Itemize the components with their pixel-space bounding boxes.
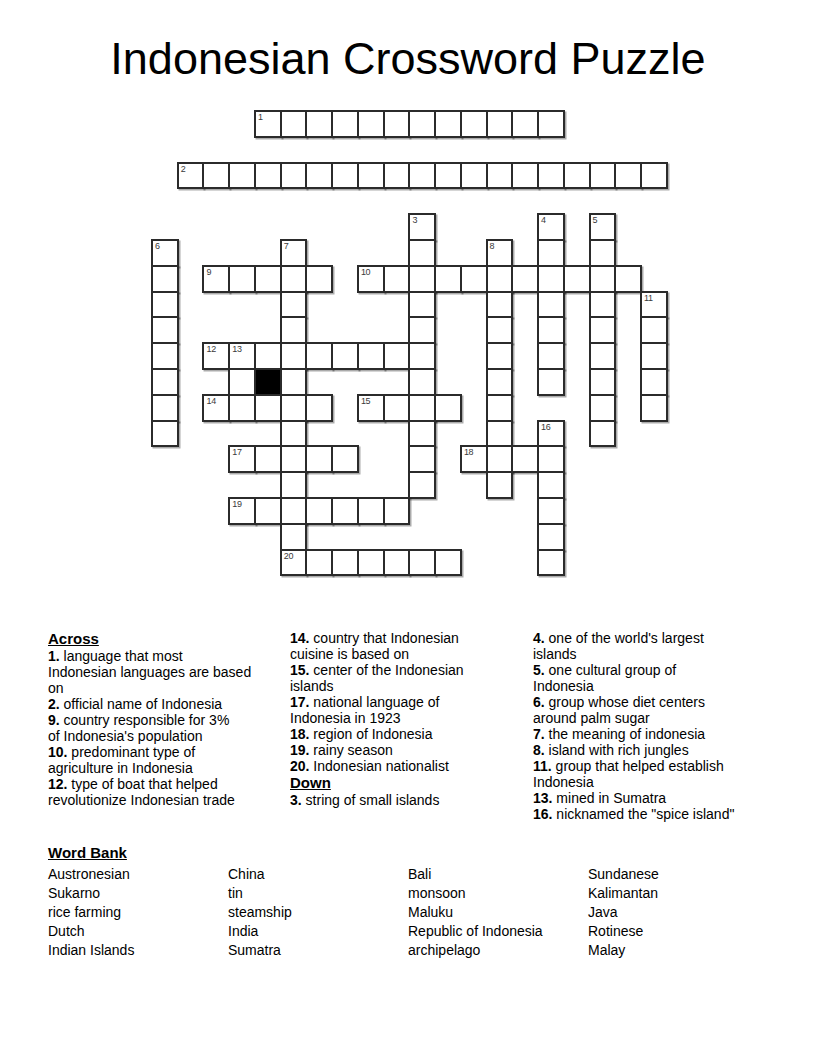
grid-cell[interactable]	[460, 110, 488, 138]
word-bank-column-4: SundaneseKalimantanJavaRotineseMalay	[588, 865, 766, 960]
grid-cell[interactable]: 10	[357, 265, 385, 293]
grid-cell[interactable]	[228, 394, 256, 422]
grid-cell[interactable]	[511, 110, 539, 138]
across-clue-1: 1. language that most Indonesian languag…	[48, 648, 286, 696]
word-bank-item: Kalimantan	[588, 884, 766, 903]
grid-cell[interactable]	[434, 265, 462, 293]
grid-cell[interactable]	[408, 471, 436, 499]
word-bank-section: Word Bank AustronesianSukarnorice farmin…	[48, 844, 788, 865]
down-clue-3: 3. string of small islands	[290, 792, 528, 808]
grid-cell[interactable]	[511, 162, 539, 190]
cell-number: 1	[258, 112, 263, 122]
cell-number: 15	[361, 396, 370, 406]
grid-cell[interactable]: 5	[589, 213, 617, 241]
word-bank-item: Rotinese	[588, 922, 766, 941]
grid-cell[interactable]	[537, 316, 565, 344]
cell-number: 5	[593, 215, 598, 225]
clue-number: 11.	[533, 758, 552, 774]
cell-number: 18	[464, 447, 473, 457]
grid-cell[interactable]	[589, 265, 617, 293]
across-clue-18: 18. region of Indonesia	[290, 726, 528, 742]
grid-cell[interactable]	[640, 316, 668, 344]
grid-cell[interactable]	[486, 394, 514, 422]
grid-cell[interactable]	[640, 342, 668, 370]
grid-cell[interactable]	[408, 239, 436, 267]
grid-cell[interactable]	[589, 316, 617, 344]
across-clue-20: 20. Indonesian nationalist	[290, 758, 528, 774]
grid-cell[interactable]	[280, 497, 308, 525]
grid-cell[interactable]	[305, 497, 333, 525]
clue-text: one of the world's largest islands	[533, 630, 704, 662]
clue-text: rainy season	[309, 742, 392, 758]
grid-cell[interactable]	[486, 291, 514, 319]
clue-number: 18.	[290, 726, 309, 742]
word-bank-item: Maluku	[408, 903, 586, 922]
cell-number: 12	[206, 344, 215, 354]
word-bank-item: monsoon	[408, 884, 586, 903]
word-bank-item: rice farming	[48, 903, 226, 922]
grid-cell[interactable]	[383, 394, 411, 422]
down-clue-13: 13. mined in Sumatra	[533, 790, 788, 806]
grid-cell[interactable]	[280, 265, 308, 293]
word-bank-column-3: BalimonsoonMalukuRepublic of Indonesiaar…	[408, 865, 586, 960]
word-bank-item: Dutch	[48, 922, 226, 941]
grid-cell[interactable]	[280, 316, 308, 344]
grid-cell[interactable]	[589, 368, 617, 396]
grid-cell[interactable]	[537, 342, 565, 370]
grid-cell[interactable]	[254, 162, 282, 190]
grid-cell[interactable]	[486, 316, 514, 344]
grid-cell[interactable]	[486, 110, 514, 138]
grid-cell[interactable]	[280, 523, 308, 551]
grid-cell[interactable]	[151, 342, 179, 370]
cell-number: 14	[206, 396, 215, 406]
word-bank-heading: Word Bank	[48, 844, 788, 862]
clue-text: type of boat that helped revolutionize I…	[48, 776, 235, 808]
grid-cell[interactable]	[228, 265, 256, 293]
grid-cell[interactable]	[640, 394, 668, 422]
grid-cell[interactable]	[640, 368, 668, 396]
grid-cell[interactable]	[254, 265, 282, 293]
grid-cell[interactable]	[254, 342, 282, 370]
grid-cell[interactable]: 11	[640, 291, 668, 319]
clue-number: 4.	[533, 630, 545, 646]
across-clue-19: 19. rainy season	[290, 742, 528, 758]
grid-cell[interactable]: 3	[408, 213, 436, 241]
cell-number: 6	[155, 241, 160, 251]
clue-text: one cultural group of Indonesia	[533, 662, 676, 694]
grid-cell[interactable]	[254, 497, 282, 525]
clue-number: 5.	[533, 662, 545, 678]
grid-cell[interactable]	[151, 316, 179, 344]
clue-number: 3.	[290, 792, 302, 808]
clue-text: official name of Indonesia	[60, 696, 222, 712]
grid-cell[interactable]	[537, 110, 565, 138]
cell-number: 9	[206, 267, 211, 277]
grid-cell[interactable]: 14	[202, 394, 230, 422]
cell-number: 13	[232, 344, 241, 354]
clue-number: 16.	[533, 806, 552, 822]
cell-number: 7	[284, 241, 289, 251]
grid-cell[interactable]	[305, 342, 333, 370]
grid-cell[interactable]: 12	[202, 342, 230, 370]
grid-cell[interactable]	[640, 162, 668, 190]
cell-number: 20	[284, 551, 293, 561]
down-clue-8: 8. island with rich jungles	[533, 742, 788, 758]
clues-section: Across1. language that most Indonesian l…	[48, 630, 788, 840]
word-bank-item: Indian Islands	[48, 941, 226, 960]
grid-cell[interactable]	[280, 394, 308, 422]
grid-cell[interactable]	[408, 110, 436, 138]
grid-cell[interactable]: 9	[202, 265, 230, 293]
grid-cell[interactable]	[383, 110, 411, 138]
grid-cell[interactable]	[408, 445, 436, 473]
clues-column-3: 4. one of the world's largest islands5. …	[533, 630, 788, 822]
grid-cell[interactable]	[331, 110, 359, 138]
word-bank-item: Sukarno	[48, 884, 226, 903]
clue-number: 12.	[48, 776, 67, 792]
clue-number: 6.	[533, 694, 545, 710]
grid-cell[interactable]	[486, 471, 514, 499]
clue-number: 8.	[533, 742, 545, 758]
down-clue-16: 16. nicknamed the "spice island"	[533, 806, 788, 822]
down-clue-6: 6. group whose diet centers around palm …	[533, 694, 788, 726]
grid-cell[interactable]	[331, 497, 359, 525]
grid-cell[interactable]	[151, 291, 179, 319]
grid-cell[interactable]	[331, 162, 359, 190]
clue-text: predominant type of agriculture in Indon…	[48, 744, 195, 776]
across-heading: Across	[48, 630, 286, 648]
grid-cell[interactable]	[434, 110, 462, 138]
grid-cell[interactable]	[511, 445, 539, 473]
grid-cell[interactable]	[357, 342, 385, 370]
grid-cell[interactable]	[383, 265, 411, 293]
clue-number: 2.	[48, 696, 60, 712]
grid-cell[interactable]	[280, 368, 308, 396]
grid-cell[interactable]	[460, 162, 488, 190]
clue-number: 10.	[48, 744, 67, 760]
cell-number: 8	[490, 241, 495, 251]
clue-number: 7.	[533, 726, 545, 742]
across-clue-15: 15. center of the Indonesian islands	[290, 662, 528, 694]
word-bank-column-1: AustronesianSukarnorice farmingDutchIndi…	[48, 865, 226, 960]
grid-cell[interactable]: 8	[486, 239, 514, 267]
grid-cell[interactable]	[589, 342, 617, 370]
grid-cell[interactable]	[254, 394, 282, 422]
grid-cell[interactable]	[280, 445, 308, 473]
word-bank-item: Bali	[408, 865, 586, 884]
down-clue-7: 7. the meaning of indonesia	[533, 726, 788, 742]
across-clue-14: 14. country that Indonesian cuisine is b…	[290, 630, 528, 662]
clue-text: center of the Indonesian islands	[290, 662, 464, 694]
grid-cell[interactable]	[408, 265, 436, 293]
grid-cell[interactable]	[486, 265, 514, 293]
grid-cell[interactable]	[537, 265, 565, 293]
grid-cell[interactable]: 19	[228, 497, 256, 525]
grid-cell[interactable]	[537, 549, 565, 577]
grid-cell[interactable]	[434, 162, 462, 190]
grid-cell[interactable]	[486, 162, 514, 190]
grid-cell[interactable]	[408, 368, 436, 396]
cell-number: 19	[232, 499, 241, 509]
clue-text: national language of Indonesia in 1923	[290, 694, 439, 726]
grid-cell[interactable]	[434, 394, 462, 422]
down-clue-11: 11. group that helped establish Indonesi…	[533, 758, 788, 790]
grid-cell[interactable]: 17	[228, 445, 256, 473]
grid-cell[interactable]: 4	[537, 213, 565, 241]
grid-cell[interactable]	[228, 162, 256, 190]
grid-cell[interactable]	[305, 110, 333, 138]
grid-cell[interactable]	[537, 523, 565, 551]
grid-cell[interactable]	[614, 265, 642, 293]
grid-cell[interactable]	[408, 342, 436, 370]
clue-text: nicknamed the "spice island"	[552, 806, 734, 822]
grid-cell[interactable]	[589, 420, 617, 448]
word-bank-item: Sundanese	[588, 865, 766, 884]
grid-cell[interactable]	[486, 445, 514, 473]
across-clue-17: 17. national language of Indonesia in 19…	[290, 694, 528, 726]
grid-cell[interactable]	[589, 162, 617, 190]
clue-text: country that Indonesian cuisine is based…	[290, 630, 459, 662]
grid-cell[interactable]	[383, 342, 411, 370]
grid-cell[interactable]	[563, 162, 591, 190]
clue-text: Indonesian nationalist	[309, 758, 448, 774]
grid-cell[interactable]	[280, 110, 308, 138]
grid-cell[interactable]	[383, 549, 411, 577]
grid-cell[interactable]	[331, 549, 359, 577]
grid-cell[interactable]: 2	[177, 162, 205, 190]
cell-number: 4	[541, 215, 546, 225]
grid-cell[interactable]: 7	[280, 239, 308, 267]
clue-number: 14.	[290, 630, 309, 646]
cell-number: 16	[541, 422, 550, 432]
grid-cell[interactable]	[537, 162, 565, 190]
down-clue-5: 5. one cultural group of Indonesia	[533, 662, 788, 694]
puzzle-title: Indonesian Crossword Puzzle	[0, 33, 816, 85]
grid-cell[interactable]	[331, 342, 359, 370]
grid-cell[interactable]: 6	[151, 239, 179, 267]
cell-number: 2	[181, 164, 186, 174]
word-bank-item: Sumatra	[228, 941, 406, 960]
grid-cell[interactable]: 20	[280, 549, 308, 577]
grid-cell[interactable]	[511, 265, 539, 293]
grid-cell[interactable]	[614, 162, 642, 190]
clues-column-1: Across1. language that most Indonesian l…	[48, 630, 286, 808]
clue-number: 19.	[290, 742, 309, 758]
cell-number: 10	[361, 267, 370, 277]
grid-cell[interactable]	[305, 265, 333, 293]
grid-cell[interactable]	[383, 162, 411, 190]
down-clue-4: 4. one of the world's largest islands	[533, 630, 788, 662]
cell-number: 3	[412, 215, 417, 225]
cell-number: 17	[232, 447, 241, 457]
across-clue-10: 10. predominant type of agriculture in I…	[48, 744, 286, 776]
grid-cell[interactable]	[228, 368, 256, 396]
clue-text: mined in Sumatra	[552, 790, 666, 806]
grid-cell[interactable]	[151, 265, 179, 293]
clue-number: 17.	[290, 694, 309, 710]
grid-cell[interactable]	[280, 291, 308, 319]
clue-text: island with rich jungles	[545, 742, 689, 758]
word-bank-item: India	[228, 922, 406, 941]
grid-cell[interactable]	[280, 471, 308, 499]
clue-text: the meaning of indonesia	[545, 726, 705, 742]
grid-cell[interactable]	[486, 420, 514, 448]
clue-text: region of Indonesia	[309, 726, 432, 742]
grid-cell[interactable]	[408, 291, 436, 319]
grid-cell[interactable]	[460, 265, 488, 293]
clue-text: group that helped establish Indonesia	[533, 758, 724, 790]
grid-cell[interactable]	[408, 162, 436, 190]
grid-cell[interactable]	[331, 445, 359, 473]
grid-cell[interactable]	[305, 162, 333, 190]
across-clue-12: 12. type of boat that helped revolutioni…	[48, 776, 286, 808]
grid-cell[interactable]	[280, 162, 308, 190]
grid-cell[interactable]	[357, 162, 385, 190]
word-bank-item: China	[228, 865, 406, 884]
grid-cell[interactable]	[589, 394, 617, 422]
cell-number: 11	[644, 293, 653, 303]
word-bank-item: Java	[588, 903, 766, 922]
clues-column-2: 14. country that Indonesian cuisine is b…	[290, 630, 528, 808]
word-bank-item: Republic of Indonesia	[408, 922, 586, 941]
grid-cell[interactable]	[383, 497, 411, 525]
clue-text: group whose diet centers around palm sug…	[533, 694, 705, 726]
grid-cell[interactable]: 16	[537, 420, 565, 448]
word-bank-item: archipelago	[408, 941, 586, 960]
black-cell	[254, 368, 282, 396]
grid-cell[interactable]	[151, 368, 179, 396]
grid-cell[interactable]	[537, 497, 565, 525]
clue-number: 1.	[48, 648, 60, 664]
grid-cell[interactable]	[537, 291, 565, 319]
grid-cell[interactable]	[589, 239, 617, 267]
grid-cell[interactable]: 18	[460, 445, 488, 473]
word-bank-item: Austronesian	[48, 865, 226, 884]
grid-cell[interactable]	[589, 291, 617, 319]
clue-number: 9.	[48, 712, 60, 728]
clue-text: country responsible for 3% of Indonesia'…	[48, 712, 229, 744]
grid-cell[interactable]	[280, 342, 308, 370]
grid-cell[interactable]	[408, 549, 436, 577]
clue-text: language that most Indonesian languages …	[48, 648, 251, 696]
grid-cell[interactable]	[305, 394, 333, 422]
page: { "title": "Indonesian Crossword Puzzle"…	[0, 0, 816, 1056]
grid-cell[interactable]	[305, 549, 333, 577]
grid-cell[interactable]	[357, 549, 385, 577]
grid-cell[interactable]	[151, 420, 179, 448]
grid-cell[interactable]	[357, 497, 385, 525]
grid-cell[interactable]	[486, 342, 514, 370]
clue-text: string of small islands	[302, 792, 440, 808]
grid-cell[interactable]	[537, 368, 565, 396]
clue-number: 20.	[290, 758, 309, 774]
grid-cell[interactable]	[280, 420, 308, 448]
grid-cell[interactable]	[408, 394, 436, 422]
word-bank-item: tin	[228, 884, 406, 903]
clue-number: 13.	[533, 790, 552, 806]
clue-number: 15.	[290, 662, 309, 678]
grid-cell[interactable]: 1	[254, 110, 282, 138]
grid-cell[interactable]	[486, 368, 514, 396]
word-bank-item: steamship	[228, 903, 406, 922]
grid-cell[interactable]	[563, 265, 591, 293]
grid-cell[interactable]	[151, 394, 179, 422]
grid-cell[interactable]	[357, 110, 385, 138]
grid-cell[interactable]	[408, 316, 436, 344]
down-heading: Down	[290, 774, 528, 792]
across-clue-9: 9. country responsible for 3% of Indones…	[48, 712, 286, 744]
grid-cell[interactable]	[537, 445, 565, 473]
grid-cell[interactable]	[434, 549, 462, 577]
grid-cell[interactable]: 13	[228, 342, 256, 370]
grid-cell[interactable]	[408, 420, 436, 448]
grid-cell[interactable]	[537, 239, 565, 267]
grid-cell[interactable]	[537, 471, 565, 499]
grid-cell[interactable]	[254, 445, 282, 473]
grid-cell[interactable]	[305, 445, 333, 473]
grid-cell[interactable]	[202, 162, 230, 190]
across-clue-2: 2. official name of Indonesia	[48, 696, 286, 712]
word-bank-column-2: ChinatinsteamshipIndiaSumatra	[228, 865, 406, 960]
grid-cell[interactable]: 15	[357, 394, 385, 422]
word-bank-item: Malay	[588, 941, 766, 960]
